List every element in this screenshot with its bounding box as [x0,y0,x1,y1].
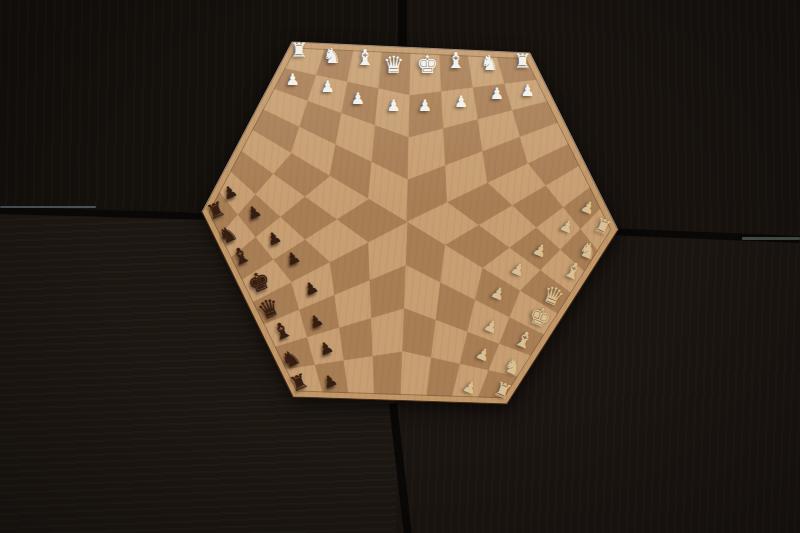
piece-white-p[interactable]: ♟ [418,97,432,113]
piece-white-n[interactable]: ♞ [323,46,342,67]
scene: ♜♞♝♛♚♝♞♜♟♟♟♟♟♟♟♟♜♞♝♛♚♝♞♜♟♟♟♟♟♟♟♟♜♞♝♛♚♝♞♜… [0,0,800,533]
three-player-chess-board [0,0,800,533]
piece-white-p[interactable]: ♟ [321,79,335,95]
piece-white-p[interactable]: ♟ [490,86,504,102]
piece-white-p[interactable]: ♟ [286,71,300,87]
piece-white-r[interactable]: ♜ [290,40,308,60]
piece-white-r[interactable]: ♜ [514,51,532,71]
piece-white-p[interactable]: ♟ [386,98,400,114]
piece-white-n[interactable]: ♞ [480,53,499,74]
piece-white-q[interactable]: ♛ [383,53,405,77]
board-sheen [202,42,618,404]
piece-white-b[interactable]: ♝ [446,50,466,72]
piece-white-k[interactable]: ♚ [416,51,438,76]
piece-white-p[interactable]: ♟ [351,91,365,107]
piece-white-p[interactable]: ♟ [520,83,534,99]
piece-white-p[interactable]: ♟ [454,94,468,110]
piece-white-b[interactable]: ♝ [355,47,375,69]
